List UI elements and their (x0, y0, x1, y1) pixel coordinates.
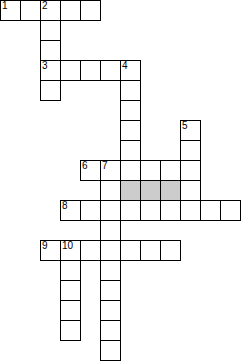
shaded-cell (160, 180, 181, 201)
grid-cell[interactable] (100, 180, 121, 201)
clue-number: 8 (62, 200, 68, 212)
grid-cell[interactable] (60, 300, 81, 321)
grid-cell[interactable] (140, 160, 161, 181)
grid-cell[interactable] (120, 200, 141, 221)
grid-cell[interactable] (160, 200, 181, 221)
grid-cell[interactable] (40, 80, 61, 101)
grid-cell[interactable] (140, 240, 161, 261)
crossword-grid: 12345678910 (0, 0, 241, 361)
grid-cell[interactable] (220, 200, 241, 221)
shaded-cell (140, 180, 161, 201)
grid-cell[interactable] (60, 60, 81, 81)
grid-cell[interactable] (60, 260, 81, 281)
grid-cell[interactable] (60, 0, 81, 21)
clue-number: 6 (82, 160, 88, 172)
clue-number: 1 (2, 0, 8, 12)
grid-cell[interactable] (60, 280, 81, 301)
grid-cell[interactable]: 5 (180, 120, 201, 141)
clue-number: 7 (102, 160, 108, 172)
grid-cell[interactable]: 9 (40, 240, 61, 261)
grid-cell[interactable]: 10 (60, 240, 81, 261)
grid-cell[interactable] (40, 40, 61, 61)
grid-cell[interactable] (100, 300, 121, 321)
grid-cell[interactable] (100, 320, 121, 341)
clue-number: 2 (42, 0, 48, 12)
grid-cell[interactable] (100, 280, 121, 301)
grid-cell[interactable] (120, 100, 141, 121)
grid-cell[interactable] (80, 240, 101, 261)
grid-cell[interactable] (80, 200, 101, 221)
grid-cell[interactable] (60, 320, 81, 341)
clue-number: 5 (182, 120, 188, 132)
shaded-cell (120, 180, 141, 201)
grid-cell[interactable] (80, 60, 101, 81)
grid-cell[interactable]: 8 (60, 200, 81, 221)
grid-cell[interactable] (120, 240, 141, 261)
grid-cell[interactable] (180, 140, 201, 161)
grid-cell[interactable] (100, 260, 121, 281)
grid-cell[interactable] (100, 60, 121, 81)
grid-cell[interactable] (80, 0, 101, 21)
grid-cell[interactable]: 3 (40, 60, 61, 81)
grid-cell[interactable] (160, 240, 181, 261)
grid-cell[interactable] (100, 240, 121, 261)
grid-cell[interactable] (180, 160, 201, 181)
grid-cell[interactable] (20, 0, 41, 21)
clue-number: 9 (42, 240, 48, 252)
grid-cell[interactable]: 4 (120, 60, 141, 81)
grid-cell[interactable] (120, 160, 141, 181)
grid-cell[interactable]: 2 (40, 0, 61, 21)
grid-cell[interactable] (100, 220, 121, 241)
grid-cell[interactable] (100, 340, 121, 361)
grid-cell[interactable] (180, 180, 201, 201)
grid-cell[interactable] (120, 140, 141, 161)
grid-cell[interactable] (40, 20, 61, 41)
grid-cell[interactable]: 6 (80, 160, 101, 181)
grid-cell[interactable]: 7 (100, 160, 121, 181)
grid-cell[interactable] (200, 200, 221, 221)
grid-cell[interactable] (160, 160, 181, 181)
grid-cell[interactable] (180, 200, 201, 221)
grid-cell[interactable] (120, 80, 141, 101)
grid-cell[interactable] (140, 200, 161, 221)
clue-number: 3 (42, 60, 48, 72)
clue-number: 4 (122, 60, 128, 72)
grid-cell[interactable] (100, 200, 121, 221)
grid-cell[interactable]: 1 (0, 0, 21, 21)
grid-cell[interactable] (120, 120, 141, 141)
clue-number: 10 (62, 240, 73, 252)
